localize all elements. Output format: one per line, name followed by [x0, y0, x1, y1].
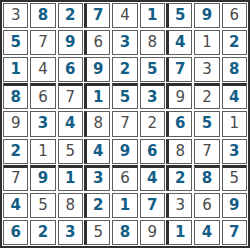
sudoku-cell-r4c1[interactable]: 8 [3, 83, 28, 109]
sudoku-cell-r2c7[interactable]: 4 [166, 30, 192, 55]
sudoku-cell-r8c5[interactable]: 1 [112, 193, 137, 218]
sudoku-cell-r1c5[interactable]: 4 [112, 3, 137, 28]
sudoku-cell-r1c3[interactable]: 2 [58, 3, 83, 28]
sudoku-cell-r3c5[interactable]: 2 [112, 57, 137, 82]
sudoku-cell-r7c1[interactable]: 7 [3, 165, 28, 191]
sudoku-cell-r9c7[interactable]: 1 [166, 220, 192, 245]
sudoku-cell-r9c4[interactable]: 5 [84, 220, 110, 245]
sudoku-cell-r6c5[interactable]: 9 [112, 139, 137, 164]
sudoku-cell-r8c6[interactable]: 7 [140, 193, 165, 218]
sudoku-cell-r3c1[interactable]: 1 [3, 57, 28, 82]
sudoku-cell-r4c8[interactable]: 2 [194, 83, 219, 109]
sudoku-cell-r3c2[interactable]: 4 [30, 57, 55, 82]
sudoku-cell-r8c8[interactable]: 6 [194, 193, 219, 218]
sudoku-cell-r9c8[interactable]: 4 [194, 220, 219, 245]
sudoku-cell-r7c7[interactable]: 2 [166, 165, 192, 191]
sudoku-cell-r1c7[interactable]: 5 [166, 3, 192, 28]
sudoku-cell-r5c2[interactable]: 3 [30, 111, 55, 136]
sudoku-cell-r4c9[interactable]: 4 [222, 83, 247, 109]
sudoku-cell-r3c8[interactable]: 3 [194, 57, 219, 82]
sudoku-cell-r2c4[interactable]: 6 [84, 30, 110, 55]
sudoku-cell-r7c9[interactable]: 5 [222, 165, 247, 191]
sudoku-cell-r8c2[interactable]: 5 [30, 193, 55, 218]
sudoku-cell-r6c9[interactable]: 3 [222, 139, 247, 164]
sudoku-cell-r6c2[interactable]: 1 [30, 139, 55, 164]
sudoku-cell-r5c4[interactable]: 8 [84, 111, 110, 136]
sudoku-cell-r5c9[interactable]: 1 [222, 111, 247, 136]
sudoku-cell-r5c8[interactable]: 5 [194, 111, 219, 136]
sudoku-cell-r7c6[interactable]: 4 [140, 165, 165, 191]
sudoku-cell-r7c8[interactable]: 8 [194, 165, 219, 191]
sudoku-cell-r8c9[interactable]: 9 [222, 193, 247, 218]
sudoku-cell-r1c4[interactable]: 7 [84, 3, 110, 28]
sudoku-cell-r7c5[interactable]: 6 [112, 165, 137, 191]
sudoku-cell-r2c9[interactable]: 2 [222, 30, 247, 55]
sudoku-cell-r4c3[interactable]: 7 [58, 83, 83, 109]
sudoku-cell-r9c3[interactable]: 3 [58, 220, 83, 245]
sudoku-cell-r6c6[interactable]: 6 [140, 139, 165, 164]
sudoku-cell-r7c4[interactable]: 3 [84, 165, 110, 191]
sudoku-cell-r9c1[interactable]: 6 [3, 220, 28, 245]
sudoku-cell-r6c4[interactable]: 4 [84, 139, 110, 164]
sudoku-cell-r4c7[interactable]: 9 [166, 83, 192, 109]
sudoku-cell-r7c3[interactable]: 1 [58, 165, 83, 191]
sudoku-cell-r6c3[interactable]: 5 [58, 139, 83, 164]
sudoku-cell-r8c7[interactable]: 3 [166, 193, 192, 218]
sudoku-cell-r1c9[interactable]: 6 [222, 3, 247, 28]
sudoku-cell-r9c2[interactable]: 2 [30, 220, 55, 245]
sudoku-cell-r3c9[interactable]: 8 [222, 57, 247, 82]
sudoku-cell-r1c1[interactable]: 3 [3, 3, 28, 28]
sudoku-cell-r5c3[interactable]: 4 [58, 111, 83, 136]
sudoku-board: 3827415965796384121469257388671539249348… [0, 0, 250, 248]
sudoku-cell-r2c5[interactable]: 3 [112, 30, 137, 55]
sudoku-cell-r1c6[interactable]: 1 [140, 3, 165, 28]
sudoku-cell-r9c6[interactable]: 9 [140, 220, 165, 245]
sudoku-cell-r9c9[interactable]: 7 [222, 220, 247, 245]
sudoku-cell-r8c3[interactable]: 8 [58, 193, 83, 218]
sudoku-cell-r8c1[interactable]: 4 [3, 193, 28, 218]
sudoku-cell-r4c4[interactable]: 1 [84, 83, 110, 109]
sudoku-cell-r4c5[interactable]: 5 [112, 83, 137, 109]
sudoku-cell-r5c6[interactable]: 2 [140, 111, 165, 136]
sudoku-cell-r4c2[interactable]: 6 [30, 83, 55, 109]
sudoku-cell-r3c7[interactable]: 7 [166, 57, 192, 82]
sudoku-cell-r1c8[interactable]: 9 [194, 3, 219, 28]
sudoku-cell-r5c1[interactable]: 9 [3, 111, 28, 136]
sudoku-cell-r2c2[interactable]: 7 [30, 30, 55, 55]
sudoku-cell-r2c8[interactable]: 1 [194, 30, 219, 55]
sudoku-cell-r9c5[interactable]: 8 [112, 220, 137, 245]
sudoku-cell-r6c8[interactable]: 7 [194, 139, 219, 164]
sudoku-cell-r2c6[interactable]: 8 [140, 30, 165, 55]
sudoku-cell-r5c7[interactable]: 6 [166, 111, 192, 136]
sudoku-cell-r7c2[interactable]: 9 [30, 165, 55, 191]
sudoku-cell-r3c6[interactable]: 5 [140, 57, 165, 82]
sudoku-cell-r3c4[interactable]: 9 [84, 57, 110, 82]
sudoku-cell-r1c2[interactable]: 8 [30, 3, 55, 28]
sudoku-cell-r3c3[interactable]: 6 [58, 57, 83, 82]
sudoku-cell-r4c6[interactable]: 3 [140, 83, 165, 109]
sudoku-cell-r8c4[interactable]: 2 [84, 193, 110, 218]
sudoku-cell-r6c7[interactable]: 8 [166, 139, 192, 164]
sudoku-cell-r6c1[interactable]: 2 [3, 139, 28, 164]
sudoku-cell-r2c1[interactable]: 5 [3, 30, 28, 55]
sudoku-cell-r2c3[interactable]: 9 [58, 30, 83, 55]
sudoku-cell-r5c5[interactable]: 7 [112, 111, 137, 136]
